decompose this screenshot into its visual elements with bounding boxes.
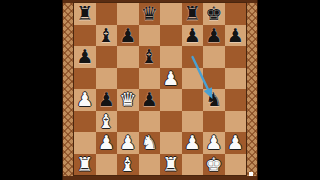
square-g1[interactable]: ♚ bbox=[203, 154, 225, 176]
square-d3[interactable] bbox=[139, 111, 161, 133]
square-e3[interactable] bbox=[160, 111, 182, 133]
square-f2[interactable]: ♟ bbox=[182, 132, 204, 154]
square-d5[interactable] bbox=[139, 68, 161, 90]
black-pawn-h7[interactable]: ♟ bbox=[225, 25, 247, 47]
square-g6[interactable] bbox=[203, 46, 225, 68]
square-e5[interactable]: ♟ bbox=[160, 68, 182, 90]
square-b2[interactable]: ♟ bbox=[96, 132, 118, 154]
square-d4[interactable]: ♟ bbox=[139, 89, 161, 111]
square-c8[interactable] bbox=[117, 3, 139, 25]
square-a4[interactable]: ♟ bbox=[74, 89, 96, 111]
square-h7[interactable]: ♟ bbox=[225, 25, 247, 47]
square-g2[interactable]: ♟ bbox=[203, 132, 225, 154]
square-f6[interactable] bbox=[182, 46, 204, 68]
square-h1[interactable] bbox=[225, 154, 247, 176]
square-d8[interactable]: ♛ bbox=[139, 3, 161, 25]
square-d7[interactable] bbox=[139, 25, 161, 47]
square-b6[interactable] bbox=[96, 46, 118, 68]
square-c1[interactable]: ♝ bbox=[117, 154, 139, 176]
square-h8[interactable] bbox=[225, 3, 247, 25]
square-f5[interactable] bbox=[182, 68, 204, 90]
square-c5[interactable] bbox=[117, 68, 139, 90]
square-e1[interactable]: ♜ bbox=[160, 154, 182, 176]
black-pawn-g7[interactable]: ♟ bbox=[203, 25, 225, 47]
white-pawn-c2[interactable]: ♟ bbox=[117, 132, 139, 154]
square-f1[interactable] bbox=[182, 154, 204, 176]
white-pawn-a4[interactable]: ♟ bbox=[74, 89, 96, 111]
square-e6[interactable] bbox=[160, 46, 182, 68]
square-b7[interactable]: ♝ bbox=[96, 25, 118, 47]
square-b3[interactable]: ♝ bbox=[96, 111, 118, 133]
black-bishop-b7[interactable]: ♝ bbox=[96, 25, 118, 47]
square-e2[interactable] bbox=[160, 132, 182, 154]
square-e7[interactable] bbox=[160, 25, 182, 47]
square-a8[interactable]: ♜ bbox=[74, 3, 96, 25]
square-g8[interactable]: ♚ bbox=[203, 3, 225, 25]
square-f3[interactable] bbox=[182, 111, 204, 133]
square-a5[interactable] bbox=[74, 68, 96, 90]
black-pawn-f7[interactable]: ♟ bbox=[182, 25, 204, 47]
square-e4[interactable] bbox=[160, 89, 182, 111]
white-pawn-e5[interactable]: ♟ bbox=[160, 68, 182, 90]
square-b8[interactable] bbox=[96, 3, 118, 25]
chess-app-viewport: ♜♛♜♚♝♟♟♟♟♟♝♟♟♟♛♟♞♝♟♟♞♟♟♟♜♝♜♚ bbox=[0, 0, 320, 180]
white-pawn-f2[interactable]: ♟ bbox=[182, 132, 204, 154]
black-queen-d8[interactable]: ♛ bbox=[139, 3, 161, 25]
square-c6[interactable] bbox=[117, 46, 139, 68]
black-king-g8[interactable]: ♚ bbox=[203, 3, 225, 25]
square-b5[interactable] bbox=[96, 68, 118, 90]
square-a2[interactable] bbox=[74, 132, 96, 154]
white-queen-c4[interactable]: ♛ bbox=[117, 89, 139, 111]
square-g7[interactable]: ♟ bbox=[203, 25, 225, 47]
square-d6[interactable]: ♝ bbox=[139, 46, 161, 68]
white-pawn-b2[interactable]: ♟ bbox=[96, 132, 118, 154]
square-d2[interactable]: ♞ bbox=[139, 132, 161, 154]
corner-dot bbox=[249, 172, 253, 176]
square-a6[interactable]: ♟ bbox=[74, 46, 96, 68]
white-pawn-h2[interactable]: ♟ bbox=[225, 132, 247, 154]
square-g5[interactable] bbox=[203, 68, 225, 90]
square-h5[interactable] bbox=[225, 68, 247, 90]
square-a3[interactable] bbox=[74, 111, 96, 133]
square-b4[interactable]: ♟ bbox=[96, 89, 118, 111]
square-h2[interactable]: ♟ bbox=[225, 132, 247, 154]
black-pawn-c7[interactable]: ♟ bbox=[117, 25, 139, 47]
white-rook-e1[interactable]: ♜ bbox=[160, 154, 182, 176]
square-g4[interactable]: ♞ bbox=[203, 89, 225, 111]
square-c2[interactable]: ♟ bbox=[117, 132, 139, 154]
square-h6[interactable] bbox=[225, 46, 247, 68]
white-rook-a1[interactable]: ♜ bbox=[74, 154, 96, 176]
black-knight-g4[interactable]: ♞ bbox=[203, 89, 225, 111]
black-bishop-d6[interactable]: ♝ bbox=[139, 46, 161, 68]
white-knight-d2[interactable]: ♞ bbox=[139, 132, 161, 154]
square-h3[interactable] bbox=[225, 111, 247, 133]
black-pawn-a6[interactable]: ♟ bbox=[74, 46, 96, 68]
square-f8[interactable]: ♜ bbox=[182, 3, 204, 25]
square-b1[interactable] bbox=[96, 154, 118, 176]
square-h4[interactable] bbox=[225, 89, 247, 111]
square-a7[interactable] bbox=[74, 25, 96, 47]
square-c4[interactable]: ♛ bbox=[117, 89, 139, 111]
square-g3[interactable] bbox=[203, 111, 225, 133]
black-pawn-d4[interactable]: ♟ bbox=[139, 89, 161, 111]
white-king-g1[interactable]: ♚ bbox=[203, 154, 225, 176]
board: ♜♛♜♚♝♟♟♟♟♟♝♟♟♟♛♟♞♝♟♟♞♟♟♟♜♝♜♚ bbox=[74, 3, 246, 175]
square-c3[interactable] bbox=[117, 111, 139, 133]
black-pawn-b4[interactable]: ♟ bbox=[96, 89, 118, 111]
white-bishop-c1[interactable]: ♝ bbox=[117, 154, 139, 176]
black-rook-a8[interactable]: ♜ bbox=[74, 3, 96, 25]
square-a1[interactable]: ♜ bbox=[74, 154, 96, 176]
square-e8[interactable] bbox=[160, 3, 182, 25]
white-pawn-g2[interactable]: ♟ bbox=[203, 132, 225, 154]
square-c7[interactable]: ♟ bbox=[117, 25, 139, 47]
white-bishop-b3[interactable]: ♝ bbox=[96, 111, 118, 133]
square-d1[interactable] bbox=[139, 154, 161, 176]
square-f4[interactable] bbox=[182, 89, 204, 111]
square-f7[interactable]: ♟ bbox=[182, 25, 204, 47]
black-rook-f8[interactable]: ♜ bbox=[182, 3, 204, 25]
